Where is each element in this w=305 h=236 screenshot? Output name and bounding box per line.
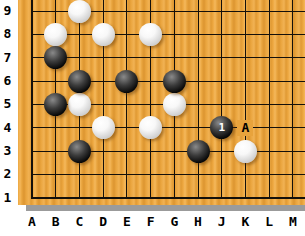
grid-line-row-4 (31, 127, 305, 128)
col-label-J: J (215, 214, 229, 230)
stone-white-F8[interactable] (139, 23, 162, 46)
stone-black-J4[interactable]: 1 (210, 116, 233, 139)
grid-line-col-M (292, 0, 293, 199)
go-diagram: 1 A ABCDEFGHJKLM 987654321 (0, 0, 305, 236)
stone-black-C6[interactable] (68, 70, 91, 93)
row-label-7: 7 (0, 50, 15, 66)
row-label-3: 3 (0, 143, 15, 159)
row-label-8: 8 (0, 26, 15, 42)
grid-line-col-E (126, 0, 127, 199)
stone-white-G5[interactable] (163, 93, 186, 116)
point-marker-A: A (237, 120, 253, 136)
stone-white-D4[interactable] (92, 116, 115, 139)
col-label-C: C (72, 214, 86, 230)
col-label-B: B (49, 214, 63, 230)
row-label-6: 6 (0, 73, 15, 89)
row-label-4: 4 (0, 120, 15, 136)
grid-line-col-J (221, 0, 222, 199)
col-label-K: K (238, 214, 252, 230)
grid-line-row-8 (31, 34, 305, 35)
go-board[interactable]: 1 A (18, 0, 305, 205)
stone-black-H3[interactable] (187, 140, 210, 163)
grid-line-col-H (198, 0, 199, 199)
row-label-2: 2 (0, 166, 15, 182)
col-label-G: G (167, 214, 181, 230)
row-label-5: 5 (0, 96, 15, 112)
col-label-D: D (96, 214, 110, 230)
grid-line-col-L (269, 0, 270, 199)
stone-white-D8[interactable] (92, 23, 115, 46)
col-label-A: A (25, 214, 39, 230)
col-label-F: F (144, 214, 158, 230)
row-label-9: 9 (0, 3, 15, 19)
stone-black-B5[interactable] (44, 93, 67, 116)
stone-white-B8[interactable] (44, 23, 67, 46)
stone-white-F4[interactable] (139, 116, 162, 139)
stone-black-G6[interactable] (163, 70, 186, 93)
stone-white-C5[interactable] (68, 93, 91, 116)
move-number-label: 1 (210, 116, 233, 139)
col-label-E: E (120, 214, 134, 230)
stone-white-K3[interactable] (234, 140, 257, 163)
grid-line-row-2 (31, 174, 305, 175)
grid-line-row-1 (31, 197, 305, 199)
board-shadow (26, 205, 305, 211)
row-label-1: 1 (0, 190, 15, 206)
col-label-H: H (191, 214, 205, 230)
col-label-L: L (262, 214, 276, 230)
grid-line-col-K (245, 0, 246, 199)
stone-black-E6[interactable] (115, 70, 138, 93)
col-label-M: M (286, 214, 300, 230)
stone-black-B7[interactable] (44, 46, 67, 69)
stone-white-C9[interactable] (68, 0, 91, 23)
grid-line-row-7 (31, 57, 305, 58)
grid-line-col-A (31, 0, 33, 199)
stone-black-C3[interactable] (68, 140, 91, 163)
